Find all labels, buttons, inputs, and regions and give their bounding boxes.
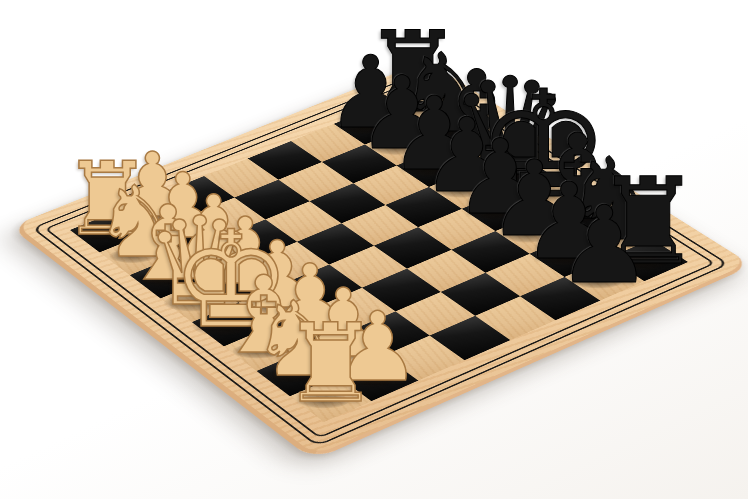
chessboard-scene: ♜♞♝♛♚♝♞♜♟♟♟♟♟♟♟♟♟♟♟♟♟♟♟♟♜♞♝♛♚♝♞♜ [0, 0, 748, 499]
white-rook[interactable]: ♜ [282, 310, 379, 419]
pieces-layer: ♜♞♝♛♚♝♞♜♟♟♟♟♟♟♟♟♟♟♟♟♟♟♟♟♜♞♝♛♚♝♞♜ [0, 0, 748, 499]
black-pawn[interactable]: ♟ [557, 192, 653, 299]
photo-background: { "game": "chess", "description": "Woode… [0, 0, 748, 499]
